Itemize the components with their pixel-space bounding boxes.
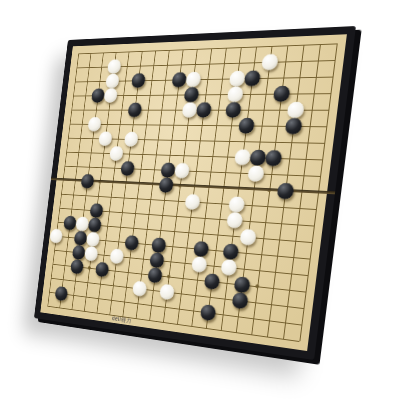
- grid-line-horizontal: [78, 43, 337, 54]
- black-stone: [120, 161, 134, 176]
- black-stone: [232, 292, 249, 309]
- grid-line-horizontal: [49, 292, 301, 326]
- white-stone: [109, 248, 123, 263]
- black-stone: [80, 174, 94, 188]
- white-stone: [191, 256, 207, 272]
- white-stone: [184, 194, 200, 210]
- black-stone: [233, 276, 250, 293]
- black-stone: [88, 217, 102, 232]
- black-stone: [95, 262, 109, 277]
- black-stone: [200, 304, 216, 321]
- brand-logo: deli得力: [112, 315, 133, 325]
- white-stone: [98, 131, 112, 145]
- black-stone: [193, 241, 209, 257]
- black-stone: [196, 102, 212, 117]
- white-stone: [182, 102, 198, 117]
- black-stone: [265, 150, 282, 166]
- black-stone: [249, 150, 266, 166]
- black-stone: [277, 183, 295, 200]
- white-stone: [84, 246, 98, 261]
- black-stone: [225, 102, 241, 117]
- black-stone: [72, 245, 86, 260]
- black-stone: [70, 259, 84, 274]
- black-stone: [131, 73, 146, 87]
- white-stone: [124, 132, 139, 146]
- star-point: [255, 284, 259, 288]
- white-stone: [227, 86, 243, 101]
- white-stone: [75, 216, 89, 231]
- white-stone: [287, 102, 305, 118]
- black-stone: [124, 235, 139, 250]
- white-stone: [174, 163, 190, 178]
- black-stone: [147, 267, 162, 283]
- grid-line-horizontal: [65, 166, 321, 177]
- black-stone: [183, 87, 199, 102]
- go-board: deli得力: [34, 26, 356, 360]
- star-point: [88, 266, 91, 270]
- white-stone: [87, 117, 101, 131]
- white-stone: [234, 149, 251, 165]
- black-stone: [54, 286, 67, 301]
- white-stone: [261, 54, 278, 70]
- white-stone: [220, 259, 237, 276]
- grid-line-horizontal: [66, 152, 322, 161]
- black-stone: [149, 252, 164, 268]
- black-stone: [89, 203, 103, 218]
- white-stone: [105, 74, 119, 88]
- grid-line-horizontal: [47, 306, 299, 342]
- white-stone: [185, 72, 201, 87]
- black-stone: [273, 86, 290, 102]
- black-stone: [158, 177, 173, 192]
- black-stone: [151, 237, 166, 253]
- board-surface: deli得力: [40, 34, 347, 351]
- white-stone: [109, 146, 123, 160]
- black-stone: [91, 88, 105, 102]
- grid-line-horizontal: [51, 278, 304, 309]
- star-point: [167, 275, 171, 279]
- black-stone: [222, 243, 239, 260]
- black-stone: [285, 118, 303, 134]
- white-stone: [159, 284, 174, 300]
- product-photo-scene: deli得力: [0, 0, 400, 400]
- black-stone: [171, 72, 186, 87]
- black-stone: [74, 231, 88, 246]
- black-stone: [238, 118, 255, 133]
- white-stone: [247, 165, 264, 181]
- white-stone: [49, 229, 62, 244]
- white-stone: [86, 232, 100, 247]
- black-stone: [160, 162, 175, 177]
- white-stone: [228, 196, 245, 212]
- black-stone: [63, 216, 76, 231]
- white-stone: [226, 212, 243, 228]
- black-stone: [204, 273, 220, 290]
- white-stone: [239, 229, 256, 246]
- black-stone: [244, 70, 261, 86]
- white-stone: [103, 88, 117, 102]
- white-stone: [132, 280, 147, 296]
- white-stone: [107, 59, 121, 73]
- black-stone: [127, 103, 142, 117]
- white-stone: [229, 71, 245, 86]
